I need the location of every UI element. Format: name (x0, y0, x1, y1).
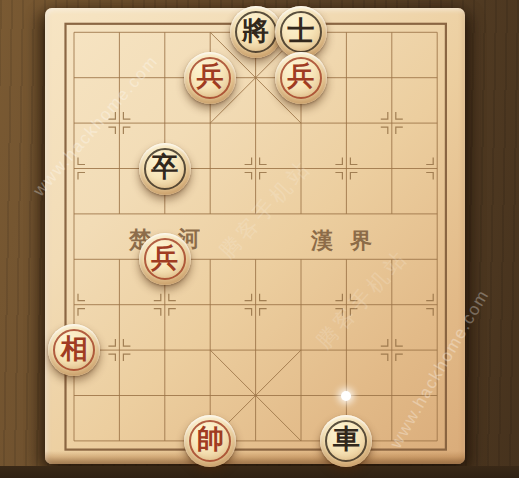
point-marker (169, 309, 176, 316)
point-marker (260, 158, 267, 165)
point-marker (154, 294, 161, 301)
piece-glyph: 相 (61, 336, 88, 363)
point-marker (381, 112, 388, 119)
board-grid (0, 0, 519, 478)
xiangqi-game-screen: 楚 河 漢 界 將士兵兵卒兵相帥車 www.hackhome.com 腾客手机站… (0, 0, 519, 478)
point-marker (350, 294, 357, 301)
piece-glyph: 兵 (151, 245, 178, 272)
point-marker (381, 339, 388, 346)
river-label-jie: 界 (350, 230, 372, 252)
point-marker (245, 173, 252, 180)
piece-glyph: 將 (242, 18, 269, 45)
point-marker (78, 173, 85, 180)
point-marker (426, 309, 433, 316)
point-marker (108, 354, 115, 361)
piece-glyph: 兵 (197, 63, 224, 90)
piece-glyph: 卒 (151, 154, 178, 181)
piece-black-chariot[interactable]: 車 (320, 415, 372, 467)
point-marker (335, 173, 342, 180)
point-marker (245, 309, 252, 316)
hint-dot (341, 391, 351, 401)
point-marker (260, 173, 267, 180)
piece-black-soldier[interactable]: 卒 (139, 143, 191, 195)
piece-glyph: 士 (288, 18, 315, 45)
piece-black-general[interactable]: 將 (230, 6, 282, 58)
point-marker (381, 354, 388, 361)
point-marker (123, 339, 130, 346)
piece-glyph: 帥 (197, 426, 224, 453)
piece-black-advisor[interactable]: 士 (275, 6, 327, 58)
point-marker (381, 127, 388, 134)
point-marker (335, 309, 342, 316)
piece-red-soldier-3[interactable]: 兵 (139, 233, 191, 285)
point-marker (78, 294, 85, 301)
piece-red-soldier-2[interactable]: 兵 (275, 52, 327, 104)
point-marker (108, 112, 115, 119)
piece-glyph: 車 (333, 426, 360, 453)
point-marker (396, 127, 403, 134)
piece-red-elephant[interactable]: 相 (48, 324, 100, 376)
point-marker (396, 339, 403, 346)
point-marker (169, 294, 176, 301)
point-marker (78, 309, 85, 316)
river-label-han: 漢 (311, 230, 333, 252)
point-marker (335, 158, 342, 165)
piece-red-soldier-1[interactable]: 兵 (184, 52, 236, 104)
point-marker (426, 294, 433, 301)
point-marker (396, 112, 403, 119)
point-marker (426, 173, 433, 180)
point-marker (123, 112, 130, 119)
point-marker (108, 127, 115, 134)
point-marker (154, 309, 161, 316)
point-marker (396, 354, 403, 361)
point-marker (335, 294, 342, 301)
point-marker (123, 127, 130, 134)
point-marker (260, 294, 267, 301)
point-marker (245, 294, 252, 301)
point-marker (350, 309, 357, 316)
point-marker (426, 158, 433, 165)
point-marker (350, 173, 357, 180)
piece-glyph: 兵 (288, 63, 315, 90)
point-marker (260, 309, 267, 316)
point-marker (245, 158, 252, 165)
piece-red-general[interactable]: 帥 (184, 415, 236, 467)
point-marker (78, 158, 85, 165)
point-marker (108, 339, 115, 346)
point-marker (123, 354, 130, 361)
point-marker (350, 158, 357, 165)
